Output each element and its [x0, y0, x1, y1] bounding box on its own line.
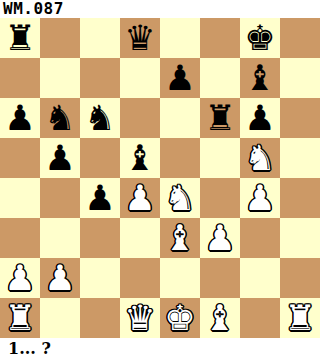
piece-black-king: ♚: [244, 18, 275, 58]
square-h5[interactable]: [280, 138, 320, 178]
square-f8[interactable]: [200, 18, 240, 58]
square-d2[interactable]: [120, 258, 160, 298]
square-h1[interactable]: ♜: [280, 298, 320, 338]
square-b2[interactable]: ♟: [40, 258, 80, 298]
square-e7[interactable]: ♟: [160, 58, 200, 98]
square-d3[interactable]: [120, 218, 160, 258]
square-a4[interactable]: [0, 178, 40, 218]
square-c6[interactable]: ♞: [80, 98, 120, 138]
piece-white-bishop: ♝: [204, 298, 235, 338]
piece-white-knight: ♞: [164, 178, 195, 218]
square-h7[interactable]: [280, 58, 320, 98]
square-h6[interactable]: [280, 98, 320, 138]
square-b1[interactable]: [40, 298, 80, 338]
piece-black-bishop: ♝: [124, 138, 155, 178]
piece-white-knight: ♞: [244, 138, 275, 178]
square-c8[interactable]: [80, 18, 120, 58]
square-c3[interactable]: [80, 218, 120, 258]
square-f5[interactable]: [200, 138, 240, 178]
piece-black-knight: ♞: [84, 98, 115, 138]
square-c5[interactable]: [80, 138, 120, 178]
piece-black-rook: ♜: [4, 18, 35, 58]
piece-white-pawn: ♟: [204, 218, 235, 258]
piece-black-rook: ♜: [204, 98, 235, 138]
square-b8[interactable]: [40, 18, 80, 58]
square-g5[interactable]: ♞: [240, 138, 280, 178]
square-d8[interactable]: ♛: [120, 18, 160, 58]
square-a8[interactable]: ♜: [0, 18, 40, 58]
piece-white-queen: ♛: [124, 298, 155, 338]
square-h2[interactable]: [280, 258, 320, 298]
piece-white-pawn: ♟: [244, 178, 275, 218]
chess-puzzle-app: WM.087 ♜♛♚♟♝♟♞♞♜♟♟♝♞♟♟♞♟♝♟♟♟♜♛♚♝♜ 1... ?: [0, 0, 320, 360]
square-d1[interactable]: ♛: [120, 298, 160, 338]
piece-black-pawn: ♟: [4, 98, 35, 138]
piece-white-pawn: ♟: [124, 178, 155, 218]
piece-black-knight: ♞: [44, 98, 75, 138]
chess-board: ♜♛♚♟♝♟♞♞♜♟♟♝♞♟♟♞♟♝♟♟♟♜♛♚♝♜: [0, 18, 320, 338]
square-f4[interactable]: [200, 178, 240, 218]
square-b5[interactable]: ♟: [40, 138, 80, 178]
square-f1[interactable]: ♝: [200, 298, 240, 338]
square-g8[interactable]: ♚: [240, 18, 280, 58]
piece-black-pawn: ♟: [84, 178, 115, 218]
square-g1[interactable]: [240, 298, 280, 338]
square-e5[interactable]: [160, 138, 200, 178]
square-b7[interactable]: [40, 58, 80, 98]
move-prompt: 1... ?: [0, 338, 320, 360]
square-a6[interactable]: ♟: [0, 98, 40, 138]
square-b4[interactable]: [40, 178, 80, 218]
square-g2[interactable]: [240, 258, 280, 298]
square-d4[interactable]: ♟: [120, 178, 160, 218]
piece-white-king: ♚: [164, 298, 195, 338]
piece-white-pawn: ♟: [4, 258, 35, 298]
piece-black-pawn: ♟: [44, 138, 75, 178]
square-b3[interactable]: [40, 218, 80, 258]
square-a1[interactable]: ♜: [0, 298, 40, 338]
square-f7[interactable]: [200, 58, 240, 98]
square-e4[interactable]: ♞: [160, 178, 200, 218]
square-f2[interactable]: [200, 258, 240, 298]
square-a2[interactable]: ♟: [0, 258, 40, 298]
square-d5[interactable]: ♝: [120, 138, 160, 178]
square-c1[interactable]: [80, 298, 120, 338]
square-h4[interactable]: [280, 178, 320, 218]
piece-white-bishop: ♝: [164, 218, 195, 258]
square-a5[interactable]: [0, 138, 40, 178]
square-g7[interactable]: ♝: [240, 58, 280, 98]
square-c4[interactable]: ♟: [80, 178, 120, 218]
square-e8[interactable]: [160, 18, 200, 58]
piece-black-bishop: ♝: [244, 58, 275, 98]
square-d6[interactable]: [120, 98, 160, 138]
square-b6[interactable]: ♞: [40, 98, 80, 138]
square-d7[interactable]: [120, 58, 160, 98]
piece-black-pawn: ♟: [164, 58, 195, 98]
square-a7[interactable]: [0, 58, 40, 98]
square-f3[interactable]: ♟: [200, 218, 240, 258]
square-a3[interactable]: [0, 218, 40, 258]
square-g6[interactable]: ♟: [240, 98, 280, 138]
piece-white-rook: ♜: [284, 298, 315, 338]
square-h8[interactable]: [280, 18, 320, 58]
puzzle-title: WM.087: [0, 0, 320, 18]
piece-white-pawn: ♟: [44, 258, 75, 298]
piece-black-pawn: ♟: [244, 98, 275, 138]
square-c7[interactable]: [80, 58, 120, 98]
square-g4[interactable]: ♟: [240, 178, 280, 218]
square-h3[interactable]: [280, 218, 320, 258]
square-e2[interactable]: [160, 258, 200, 298]
piece-black-queen: ♛: [124, 18, 155, 58]
square-f6[interactable]: ♜: [200, 98, 240, 138]
square-e3[interactable]: ♝: [160, 218, 200, 258]
square-g3[interactable]: [240, 218, 280, 258]
square-c2[interactable]: [80, 258, 120, 298]
square-e6[interactable]: [160, 98, 200, 138]
piece-white-rook: ♜: [4, 298, 35, 338]
square-e1[interactable]: ♚: [160, 298, 200, 338]
